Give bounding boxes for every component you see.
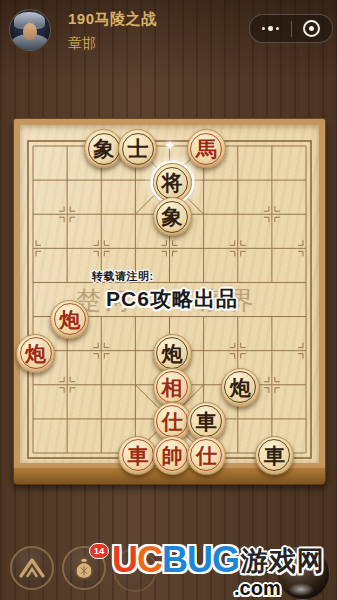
xiangqi-app-screen: 190马陵之战 章邯 楚河漢界 象士馬将象炮炮炮相炮仕車車帥仕車 ✦ 转载请注明… (0, 0, 337, 600)
ucbug-site-name: 游戏网 (241, 546, 325, 576)
hint-bag-button[interactable]: 14 (62, 546, 106, 590)
miniprogram-capsule (249, 14, 333, 43)
piece-red-chariot[interactable]: 車 (118, 436, 157, 475)
money-bag-icon (71, 555, 97, 581)
ucbug-logo-text: UCBUG游戏网 (112, 540, 332, 580)
exit-target-icon (303, 20, 320, 37)
xiangqi-board[interactable]: 楚河漢界 象士馬将象炮炮炮相炮仕車車帥仕車 ✦ 转载请注明: PC6攻略出品 (13, 118, 326, 470)
piece-red-horse[interactable]: 馬 (187, 129, 226, 168)
bottom-toolbar: 14 UCBUG游戏网 .com (0, 540, 337, 600)
level-title: 190马陵之战 (68, 10, 157, 29)
watermark-brand: PC6攻略出品 (72, 285, 272, 313)
watermark-note: 转载请注明: (72, 269, 272, 284)
piece-black-advisor[interactable]: 士 (118, 129, 157, 168)
ucbug-letter: B (162, 540, 187, 580)
ucbug-watermark: UCBUG游戏网 .com (112, 540, 332, 580)
more-dots-icon (262, 26, 279, 31)
last-move-origin-sparkle: ✦ (161, 137, 179, 155)
exit-button[interactable] (292, 15, 333, 42)
piece-black-cannon[interactable]: 炮 (221, 368, 260, 407)
ucbug-letter: G (212, 540, 239, 580)
piece-black-chariot[interactable]: 車 (255, 436, 294, 475)
avatar-face-shape (23, 23, 37, 40)
ucbug-letter: U (187, 540, 212, 580)
avatar[interactable] (9, 9, 51, 51)
menu-button[interactable] (10, 546, 54, 590)
ucbug-letter: C (137, 540, 162, 580)
piece-black-elephant[interactable]: 象 (153, 197, 192, 236)
header-titles: 190马陵之战 章邯 (68, 10, 157, 53)
piece-red-elephant[interactable]: 相 (153, 368, 192, 407)
more-button[interactable] (250, 15, 291, 42)
header: 190马陵之战 章邯 (0, 0, 337, 60)
piece-red-general[interactable]: 帥 (153, 436, 192, 475)
hint-count-badge: 14 (89, 543, 109, 559)
piece-black-cannon[interactable]: 炮 (153, 334, 192, 373)
site-watermark: 转载请注明: PC6攻略出品 (72, 269, 272, 313)
opponent-name: 章邯 (68, 35, 157, 53)
piece-red-advisor[interactable]: 仕 (187, 436, 226, 475)
ucbug-domain: .com (234, 577, 281, 600)
ucbug-letter: U (112, 540, 137, 580)
chevron-up-icon (17, 556, 47, 580)
piece-red-cannon[interactable]: 炮 (16, 334, 55, 373)
